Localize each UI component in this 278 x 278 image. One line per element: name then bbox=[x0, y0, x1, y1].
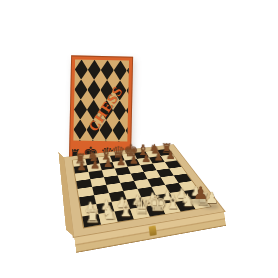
spare-light-pawn: ♟ bbox=[205, 191, 218, 206]
light-queen: ♛ bbox=[132, 197, 150, 218]
board-left-edge bbox=[58, 151, 74, 236]
diamond-motif bbox=[114, 60, 127, 80]
square-c6 bbox=[102, 168, 118, 177]
dark-pawn: ♟ bbox=[103, 158, 113, 169]
diamond-motif bbox=[88, 60, 101, 80]
light-knight: ♞ bbox=[101, 204, 117, 222]
diamond-motif bbox=[126, 81, 129, 101]
dark-pawn: ♟ bbox=[166, 150, 176, 161]
light-bishop: ♝ bbox=[117, 201, 134, 220]
chess-board: ♜♞♝♛♚♝♞♜♟♟♟♟♟♟♟♟♟♟♟♟♟♟♟♟♜♞♝♛♚♝♞♜ bbox=[68, 115, 200, 247]
diamond-motif bbox=[101, 60, 114, 80]
clasp-icon bbox=[149, 225, 157, 236]
light-rook: ♜ bbox=[85, 208, 101, 226]
dark-pawn: ♟ bbox=[141, 153, 151, 164]
diamond-motif bbox=[127, 59, 129, 60]
square-c1: ♝ bbox=[115, 209, 134, 222]
dark-pawn: ♟ bbox=[77, 161, 87, 172]
dark-pawn: ♟ bbox=[154, 151, 164, 162]
board-grid: ♜♞♝♛♚♝♞♜♟♟♟♟♟♟♟♟♟♟♟♟♟♟♟♟♜♞♝♛♚♝♞♜ bbox=[73, 149, 210, 228]
diamond-motif bbox=[101, 59, 114, 60]
diamond-motif bbox=[73, 79, 74, 99]
diamond-motif bbox=[87, 80, 100, 100]
diamond-motif bbox=[73, 59, 75, 79]
product-photo-chess-set: CHESS ♟♜♚♛♝♞ ♜♞♝♛♚♝♞♜♟♟♟♟♟♟♟♟♟♟♟♟♟♟♟♟♜♞♝… bbox=[0, 0, 278, 278]
diamond-motif bbox=[75, 59, 88, 79]
square-h5 bbox=[169, 167, 186, 176]
diamond-motif bbox=[88, 59, 101, 60]
dark-pawn: ♟ bbox=[116, 156, 126, 167]
dark-pawn: ♟ bbox=[129, 154, 139, 165]
diamond-motif bbox=[114, 59, 127, 60]
dark-pawn: ♟ bbox=[90, 159, 100, 170]
square-b7: ♟ bbox=[87, 164, 102, 172]
diamond-motif bbox=[127, 61, 129, 81]
square-a1: ♜ bbox=[82, 214, 101, 227]
square-b1: ♞ bbox=[99, 211, 118, 224]
diamond-motif bbox=[74, 79, 87, 99]
square-e7: ♟ bbox=[125, 159, 140, 167]
